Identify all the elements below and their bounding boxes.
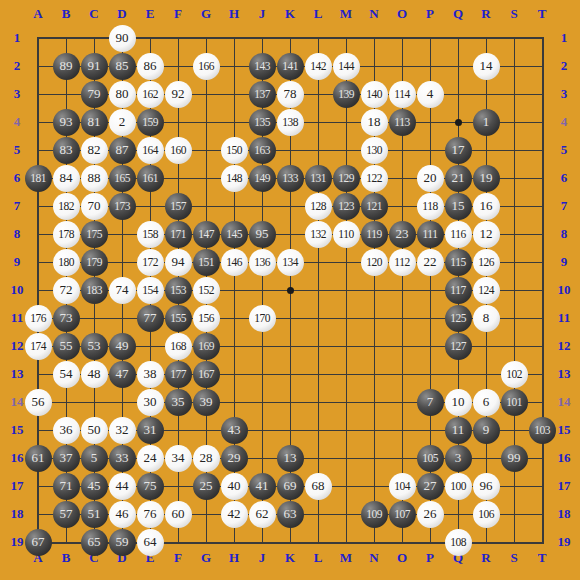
stone-white-P9: 22 <box>417 249 444 276</box>
stone-white-E18: 76 <box>137 501 164 528</box>
stone-white-E5: 164 <box>137 137 164 164</box>
column-label-top-S: S <box>500 5 528 23</box>
stone-black-Q9: 115 <box>445 249 472 276</box>
stone-white-E2: 86 <box>137 53 164 80</box>
stone-white-F3: 92 <box>165 81 192 108</box>
stone-white-M2: 144 <box>333 53 360 80</box>
stone-black-C8: 175 <box>81 221 108 248</box>
stone-white-E16: 24 <box>137 445 164 472</box>
stone-white-C6: 88 <box>81 165 108 192</box>
stone-black-J5: 163 <box>249 137 276 164</box>
stone-black-K2: 141 <box>277 53 304 80</box>
stone-white-F5: 160 <box>165 137 192 164</box>
row-label-left-2: 2 <box>3 57 31 75</box>
column-label-bottom-G: G <box>192 549 220 567</box>
stone-black-C2: 91 <box>81 53 108 80</box>
stone-white-C13: 48 <box>81 361 108 388</box>
stone-white-K9: 134 <box>277 249 304 276</box>
stone-white-N9: 120 <box>361 249 388 276</box>
stone-white-Q19: 108 <box>445 529 472 556</box>
stone-white-R10: 124 <box>473 277 500 304</box>
column-label-top-H: H <box>220 5 248 23</box>
column-label-bottom-M: M <box>332 549 360 567</box>
stone-white-D3: 80 <box>109 81 136 108</box>
stone-black-K6: 133 <box>277 165 304 192</box>
stone-black-N18: 109 <box>361 501 388 528</box>
row-label-left-8: 8 <box>3 225 31 243</box>
stone-black-M7: 123 <box>333 193 360 220</box>
stone-white-F18: 60 <box>165 501 192 528</box>
row-label-right-5: 5 <box>550 141 578 159</box>
row-label-right-14: 14 <box>550 393 578 411</box>
stone-white-O9: 112 <box>389 249 416 276</box>
column-label-bottom-T: T <box>528 549 556 567</box>
stone-white-E14: 30 <box>137 389 164 416</box>
stone-white-N3: 140 <box>361 81 388 108</box>
row-label-left-10: 10 <box>3 281 31 299</box>
row-label-left-13: 13 <box>3 365 31 383</box>
stone-black-Q11: 125 <box>445 305 472 332</box>
stone-white-C7: 70 <box>81 193 108 220</box>
stone-white-D15: 32 <box>109 417 136 444</box>
stone-black-R15: 9 <box>473 417 500 444</box>
row-label-left-18: 18 <box>3 505 31 523</box>
go-board: AABBCCDDEEFFGGHHJJKKLLMMNNOOPPQQRRSSTT11… <box>0 0 580 580</box>
stone-black-T15: 103 <box>529 417 556 444</box>
column-label-bottom-P: P <box>416 549 444 567</box>
column-label-bottom-O: O <box>388 549 416 567</box>
stone-black-C18: 51 <box>81 501 108 528</box>
row-label-left-1: 1 <box>3 29 31 47</box>
stone-black-P14: 7 <box>417 389 444 416</box>
stone-white-N5: 130 <box>361 137 388 164</box>
column-label-bottom-S: S <box>500 549 528 567</box>
stone-black-D12: 49 <box>109 333 136 360</box>
column-label-bottom-B: B <box>52 549 80 567</box>
row-label-right-8: 8 <box>550 225 578 243</box>
stone-white-M8: 110 <box>333 221 360 248</box>
stone-white-E19: 64 <box>137 529 164 556</box>
column-label-top-G: G <box>192 5 220 23</box>
stone-black-O4: 113 <box>389 109 416 136</box>
stone-black-D5: 87 <box>109 137 136 164</box>
stone-white-B6: 84 <box>53 165 80 192</box>
stone-black-D19: 59 <box>109 529 136 556</box>
stone-black-M3: 139 <box>333 81 360 108</box>
stone-white-G2: 166 <box>193 53 220 80</box>
row-label-right-11: 11 <box>550 309 578 327</box>
stone-white-C15: 50 <box>81 417 108 444</box>
stone-black-A16: 61 <box>25 445 52 472</box>
stone-black-F7: 157 <box>165 193 192 220</box>
stone-white-F9: 94 <box>165 249 192 276</box>
stone-black-C12: 53 <box>81 333 108 360</box>
stone-black-G12: 169 <box>193 333 220 360</box>
stone-black-F10: 153 <box>165 277 192 304</box>
stone-black-O18: 107 <box>389 501 416 528</box>
stone-black-R6: 19 <box>473 165 500 192</box>
stone-black-B4: 93 <box>53 109 80 136</box>
row-label-right-4: 4 <box>550 113 578 131</box>
stone-white-R8: 12 <box>473 221 500 248</box>
stone-black-C19: 65 <box>81 529 108 556</box>
row-label-right-6: 6 <box>550 169 578 187</box>
stone-black-F11: 155 <box>165 305 192 332</box>
stone-white-K4: 138 <box>277 109 304 136</box>
stone-white-H17: 40 <box>221 473 248 500</box>
stone-white-J11: 170 <box>249 305 276 332</box>
stone-black-S16: 99 <box>501 445 528 472</box>
stone-white-E3: 162 <box>137 81 164 108</box>
stone-white-L2: 142 <box>305 53 332 80</box>
stone-black-Q5: 17 <box>445 137 472 164</box>
stone-black-G9: 151 <box>193 249 220 276</box>
stone-white-R11: 8 <box>473 305 500 332</box>
stone-white-H5: 150 <box>221 137 248 164</box>
stone-white-O3: 114 <box>389 81 416 108</box>
stone-white-Q17: 100 <box>445 473 472 500</box>
stone-black-K18: 63 <box>277 501 304 528</box>
stone-white-K3: 78 <box>277 81 304 108</box>
column-label-top-J: J <box>248 5 276 23</box>
stone-white-B10: 72 <box>53 277 80 304</box>
column-label-top-E: E <box>136 5 164 23</box>
column-label-top-N: N <box>360 5 388 23</box>
stone-white-H18: 42 <box>221 501 248 528</box>
row-label-right-2: 2 <box>550 57 578 75</box>
stone-white-Q8: 116 <box>445 221 472 248</box>
stone-white-N4: 18 <box>361 109 388 136</box>
column-label-top-O: O <box>388 5 416 23</box>
column-label-bottom-R: R <box>472 549 500 567</box>
stone-black-J6: 149 <box>249 165 276 192</box>
row-label-right-7: 7 <box>550 197 578 215</box>
stone-white-G10: 152 <box>193 277 220 304</box>
stone-black-B11: 73 <box>53 305 80 332</box>
stone-white-R2: 14 <box>473 53 500 80</box>
row-label-right-9: 9 <box>550 253 578 271</box>
stone-black-B17: 71 <box>53 473 80 500</box>
row-label-left-4: 4 <box>3 113 31 131</box>
stone-white-R9: 126 <box>473 249 500 276</box>
stone-black-G17: 25 <box>193 473 220 500</box>
column-label-bottom-K: K <box>276 549 304 567</box>
stone-black-B18: 57 <box>53 501 80 528</box>
stone-black-J2: 143 <box>249 53 276 80</box>
stone-white-D4: 2 <box>109 109 136 136</box>
stone-black-A6: 181 <box>25 165 52 192</box>
stone-black-J3: 137 <box>249 81 276 108</box>
stone-black-E15: 31 <box>137 417 164 444</box>
stone-black-C17: 45 <box>81 473 108 500</box>
stone-black-B5: 83 <box>53 137 80 164</box>
stone-white-R14: 6 <box>473 389 500 416</box>
column-label-bottom-L: L <box>304 549 332 567</box>
stone-black-D13: 47 <box>109 361 136 388</box>
stone-black-E11: 77 <box>137 305 164 332</box>
column-label-top-D: D <box>108 5 136 23</box>
stone-black-E6: 161 <box>137 165 164 192</box>
stone-black-J4: 135 <box>249 109 276 136</box>
stone-black-C9: 179 <box>81 249 108 276</box>
stone-black-E4: 159 <box>137 109 164 136</box>
stone-white-P18: 26 <box>417 501 444 528</box>
stone-black-J17: 41 <box>249 473 276 500</box>
stone-white-A12: 174 <box>25 333 52 360</box>
stone-black-D6: 165 <box>109 165 136 192</box>
row-label-right-12: 12 <box>550 337 578 355</box>
stone-black-P16: 105 <box>417 445 444 472</box>
row-label-right-13: 13 <box>550 365 578 383</box>
stone-black-N7: 121 <box>361 193 388 220</box>
stone-white-N6: 122 <box>361 165 388 192</box>
stone-white-O17: 104 <box>389 473 416 500</box>
stone-white-R18: 106 <box>473 501 500 528</box>
stone-white-B9: 180 <box>53 249 80 276</box>
row-label-left-5: 5 <box>3 141 31 159</box>
stone-white-L7: 128 <box>305 193 332 220</box>
stone-white-B8: 178 <box>53 221 80 248</box>
stone-white-R17: 96 <box>473 473 500 500</box>
stone-white-C5: 82 <box>81 137 108 164</box>
row-label-left-3: 3 <box>3 85 31 103</box>
column-label-top-Q: Q <box>444 5 472 23</box>
column-label-bottom-N: N <box>360 549 388 567</box>
stone-black-K16: 13 <box>277 445 304 472</box>
column-label-bottom-J: J <box>248 549 276 567</box>
row-label-right-10: 10 <box>550 281 578 299</box>
column-label-top-R: R <box>472 5 500 23</box>
stone-black-F13: 177 <box>165 361 192 388</box>
column-label-top-T: T <box>528 5 556 23</box>
stone-white-D18: 46 <box>109 501 136 528</box>
stone-white-E10: 154 <box>137 277 164 304</box>
stone-black-Q15: 11 <box>445 417 472 444</box>
stone-black-C4: 81 <box>81 109 108 136</box>
row-label-right-18: 18 <box>550 505 578 523</box>
stone-white-R7: 16 <box>473 193 500 220</box>
row-label-left-17: 17 <box>3 477 31 495</box>
stone-white-J18: 62 <box>249 501 276 528</box>
stone-black-P17: 27 <box>417 473 444 500</box>
stone-black-Q7: 15 <box>445 193 472 220</box>
stone-black-B16: 37 <box>53 445 80 472</box>
stone-white-B15: 36 <box>53 417 80 444</box>
stone-white-F16: 34 <box>165 445 192 472</box>
stone-black-H16: 29 <box>221 445 248 472</box>
stone-black-Q6: 21 <box>445 165 472 192</box>
column-label-top-L: L <box>304 5 332 23</box>
stone-black-E17: 75 <box>137 473 164 500</box>
column-label-bottom-F: F <box>164 549 192 567</box>
stone-white-S13: 102 <box>501 361 528 388</box>
stone-black-A19: 67 <box>25 529 52 556</box>
column-label-top-F: F <box>164 5 192 23</box>
column-label-top-C: C <box>80 5 108 23</box>
stone-black-O8: 23 <box>389 221 416 248</box>
stone-black-Q10: 117 <box>445 277 472 304</box>
stone-black-N8: 119 <box>361 221 388 248</box>
stone-white-E8: 158 <box>137 221 164 248</box>
stone-white-E9: 172 <box>137 249 164 276</box>
column-label-top-M: M <box>332 5 360 23</box>
stone-black-D16: 33 <box>109 445 136 472</box>
stone-white-J9: 136 <box>249 249 276 276</box>
stone-black-K17: 69 <box>277 473 304 500</box>
stone-black-G8: 147 <box>193 221 220 248</box>
stone-black-D2: 85 <box>109 53 136 80</box>
stone-white-A14: 56 <box>25 389 52 416</box>
stone-black-S14: 101 <box>501 389 528 416</box>
column-label-bottom-H: H <box>220 549 248 567</box>
stone-black-G14: 39 <box>193 389 220 416</box>
row-label-left-9: 9 <box>3 253 31 271</box>
row-label-right-16: 16 <box>550 449 578 467</box>
stone-black-L6: 131 <box>305 165 332 192</box>
stone-white-L17: 68 <box>305 473 332 500</box>
row-label-left-7: 7 <box>3 197 31 215</box>
stone-black-C3: 79 <box>81 81 108 108</box>
star-point-Q4 <box>455 119 462 126</box>
stone-white-D17: 44 <box>109 473 136 500</box>
stone-white-P3: 4 <box>417 81 444 108</box>
stone-black-M6: 129 <box>333 165 360 192</box>
stone-black-D7: 173 <box>109 193 136 220</box>
stone-white-B13: 54 <box>53 361 80 388</box>
column-label-top-B: B <box>52 5 80 23</box>
stone-black-F14: 35 <box>165 389 192 416</box>
stone-white-H9: 146 <box>221 249 248 276</box>
column-label-top-A: A <box>24 5 52 23</box>
row-label-left-15: 15 <box>3 421 31 439</box>
stone-black-Q12: 127 <box>445 333 472 360</box>
stone-black-B12: 55 <box>53 333 80 360</box>
stone-white-P7: 118 <box>417 193 444 220</box>
stone-black-B2: 89 <box>53 53 80 80</box>
stone-white-P6: 20 <box>417 165 444 192</box>
stone-white-F12: 168 <box>165 333 192 360</box>
stone-black-H15: 43 <box>221 417 248 444</box>
column-label-top-K: K <box>276 5 304 23</box>
stone-white-G16: 28 <box>193 445 220 472</box>
stone-white-Q14: 10 <box>445 389 472 416</box>
column-label-top-P: P <box>416 5 444 23</box>
row-label-right-19: 19 <box>550 533 578 551</box>
stone-black-G13: 167 <box>193 361 220 388</box>
stone-black-C16: 5 <box>81 445 108 472</box>
row-label-right-1: 1 <box>550 29 578 47</box>
stone-white-A11: 176 <box>25 305 52 332</box>
stone-black-F8: 171 <box>165 221 192 248</box>
stone-white-D10: 74 <box>109 277 136 304</box>
star-point-K10 <box>287 287 294 294</box>
stone-white-E13: 38 <box>137 361 164 388</box>
stone-white-B7: 182 <box>53 193 80 220</box>
stone-white-G11: 156 <box>193 305 220 332</box>
stone-black-H8: 145 <box>221 221 248 248</box>
row-label-right-3: 3 <box>550 85 578 103</box>
stone-white-D1: 90 <box>109 25 136 52</box>
stone-black-C10: 183 <box>81 277 108 304</box>
stone-black-J8: 95 <box>249 221 276 248</box>
stone-black-P8: 111 <box>417 221 444 248</box>
row-label-right-17: 17 <box>550 477 578 495</box>
stone-white-L8: 132 <box>305 221 332 248</box>
stone-black-R4: 1 <box>473 109 500 136</box>
stone-black-Q16: 3 <box>445 445 472 472</box>
stone-white-H6: 148 <box>221 165 248 192</box>
